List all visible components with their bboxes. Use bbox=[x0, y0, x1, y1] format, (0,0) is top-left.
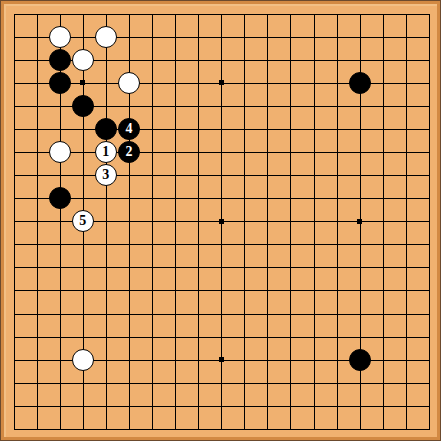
grid-line-horizontal bbox=[14, 290, 430, 291]
grid-line-horizontal bbox=[14, 406, 430, 407]
grid-line-vertical bbox=[267, 14, 268, 430]
go-board[interactable]: 41235 bbox=[0, 0, 441, 441]
star-point bbox=[357, 219, 362, 224]
stone-q4[interactable] bbox=[349, 349, 371, 371]
star-point bbox=[219, 219, 224, 224]
move-number: 5 bbox=[79, 214, 86, 228]
stone-e18[interactable] bbox=[95, 26, 117, 48]
star-point bbox=[219, 357, 224, 362]
stone-c13[interactable] bbox=[49, 141, 71, 163]
move-number: 3 bbox=[102, 168, 109, 182]
stone-q16[interactable] bbox=[349, 72, 371, 94]
grid-line-vertical bbox=[244, 14, 245, 430]
grid-line-vertical bbox=[406, 14, 407, 430]
stone-e13[interactable]: 1 bbox=[95, 141, 117, 163]
stone-c11[interactable] bbox=[49, 187, 71, 209]
grid-line-vertical bbox=[314, 14, 315, 430]
stone-e14[interactable] bbox=[95, 118, 117, 140]
grid-line-horizontal bbox=[14, 337, 430, 338]
grid-line-horizontal bbox=[14, 383, 430, 384]
stone-d4[interactable] bbox=[72, 349, 94, 371]
grid-line-horizontal bbox=[14, 314, 430, 315]
grid-line-horizontal bbox=[14, 429, 430, 430]
move-number: 2 bbox=[125, 144, 132, 158]
stone-f14[interactable]: 4 bbox=[118, 118, 140, 140]
grid-line-vertical bbox=[337, 14, 338, 430]
grid-line-vertical bbox=[290, 14, 291, 430]
stone-c18[interactable] bbox=[49, 26, 71, 48]
stone-d15[interactable] bbox=[72, 95, 94, 117]
stone-d17[interactable] bbox=[72, 49, 94, 71]
move-number: 4 bbox=[125, 121, 132, 135]
grid-line-vertical bbox=[429, 14, 430, 430]
grid-line-horizontal bbox=[14, 244, 430, 245]
move-number: 1 bbox=[102, 144, 109, 158]
stone-f13[interactable]: 2 bbox=[118, 141, 140, 163]
stone-c16[interactable] bbox=[49, 72, 71, 94]
star-point bbox=[219, 80, 224, 85]
stone-e12[interactable]: 3 bbox=[95, 164, 117, 186]
stone-d10[interactable]: 5 bbox=[72, 210, 94, 232]
grid-line-horizontal bbox=[14, 267, 430, 268]
stone-c17[interactable] bbox=[49, 49, 71, 71]
grid-line-vertical bbox=[383, 14, 384, 430]
stone-f16[interactable] bbox=[118, 72, 140, 94]
star-point bbox=[80, 80, 85, 85]
